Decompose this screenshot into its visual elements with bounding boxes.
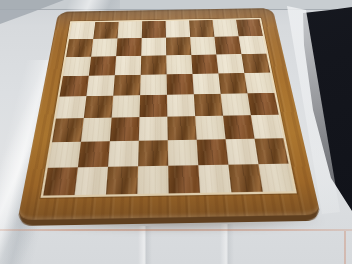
square-c5 bbox=[113, 75, 140, 96]
square-g2 bbox=[226, 139, 259, 165]
square-b7 bbox=[91, 38, 117, 56]
square-a3 bbox=[52, 118, 84, 142]
square-f4 bbox=[194, 94, 223, 116]
square-d6 bbox=[141, 55, 167, 74]
square-f8 bbox=[189, 20, 214, 37]
square-b2 bbox=[78, 141, 110, 167]
square-e2 bbox=[168, 140, 199, 166]
board-squares-grid bbox=[43, 19, 294, 195]
square-c8 bbox=[117, 21, 142, 38]
square-g8 bbox=[213, 20, 239, 37]
square-g6 bbox=[216, 54, 244, 73]
square-h1 bbox=[258, 164, 294, 192]
square-e7 bbox=[166, 37, 191, 55]
square-g3 bbox=[223, 115, 255, 139]
square-d3 bbox=[139, 117, 168, 141]
square-b8 bbox=[93, 22, 118, 39]
square-a5 bbox=[60, 76, 89, 97]
square-h7 bbox=[239, 36, 267, 54]
square-a7 bbox=[66, 39, 93, 57]
square-c4 bbox=[112, 95, 140, 117]
square-e1 bbox=[168, 165, 200, 193]
square-c7 bbox=[116, 38, 142, 56]
square-g7 bbox=[214, 36, 241, 54]
square-f6 bbox=[191, 54, 218, 73]
square-c3 bbox=[110, 117, 140, 141]
photo-scene bbox=[0, 0, 352, 264]
square-b4 bbox=[84, 96, 113, 118]
square-d8 bbox=[142, 21, 166, 38]
square-h6 bbox=[241, 54, 270, 73]
square-f1 bbox=[198, 165, 231, 193]
square-e3 bbox=[167, 116, 196, 140]
square-f7 bbox=[190, 37, 216, 55]
square-h5 bbox=[244, 73, 274, 94]
square-b3 bbox=[81, 118, 112, 142]
square-a6 bbox=[63, 57, 91, 77]
square-f5 bbox=[193, 73, 221, 94]
square-h2 bbox=[255, 138, 289, 164]
square-e8 bbox=[166, 21, 191, 38]
square-d1 bbox=[137, 166, 168, 194]
square-g4 bbox=[221, 93, 251, 115]
square-f3 bbox=[195, 116, 225, 140]
square-a2 bbox=[48, 142, 81, 168]
square-h8 bbox=[236, 19, 263, 36]
square-h4 bbox=[247, 93, 278, 115]
square-a8 bbox=[69, 22, 95, 39]
square-d2 bbox=[138, 140, 168, 166]
square-e6 bbox=[166, 55, 192, 74]
board-inner-border bbox=[41, 18, 297, 198]
square-b5 bbox=[86, 75, 114, 96]
square-d7 bbox=[141, 38, 166, 56]
square-g5 bbox=[218, 73, 247, 94]
square-c6 bbox=[115, 56, 141, 75]
square-f2 bbox=[197, 139, 229, 165]
square-e5 bbox=[167, 74, 194, 95]
square-c2 bbox=[108, 141, 139, 167]
square-g1 bbox=[228, 164, 262, 192]
square-c1 bbox=[106, 166, 138, 194]
cloth-seam-line bbox=[344, 231, 346, 264]
square-h3 bbox=[251, 115, 284, 139]
chess-board bbox=[16, 8, 322, 226]
square-d4 bbox=[139, 95, 167, 117]
square-d5 bbox=[140, 74, 167, 95]
square-e4 bbox=[167, 94, 195, 116]
square-a4 bbox=[56, 96, 86, 118]
square-b1 bbox=[75, 167, 108, 195]
square-a1 bbox=[43, 167, 78, 195]
chess-board-wrapper bbox=[16, 8, 322, 226]
square-b6 bbox=[89, 56, 116, 75]
